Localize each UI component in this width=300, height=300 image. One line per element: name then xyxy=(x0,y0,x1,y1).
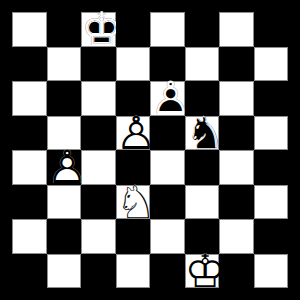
square-d8[interactable] xyxy=(116,12,151,47)
square-b6[interactable] xyxy=(47,81,82,116)
square-f6[interactable] xyxy=(185,81,220,116)
black-knight-fill-glyph: ♞ xyxy=(185,116,220,151)
black-king-fill-glyph: ♚ xyxy=(81,12,116,47)
square-g6[interactable] xyxy=(219,81,254,116)
square-g4[interactable] xyxy=(219,150,254,185)
square-g1[interactable] xyxy=(219,254,254,289)
white-pawn-fill-glyph: ♟ xyxy=(47,150,82,185)
square-d5[interactable]: ♟♙ xyxy=(116,116,151,151)
square-h1[interactable] xyxy=(254,254,289,289)
square-b3[interactable] xyxy=(47,185,82,220)
square-f7[interactable] xyxy=(185,47,220,82)
square-h2[interactable] xyxy=(254,219,289,254)
white-king-fill-glyph: ♚ xyxy=(185,254,220,289)
square-a7[interactable] xyxy=(12,47,47,82)
square-f1[interactable]: ♚♔ xyxy=(185,254,220,289)
square-h6[interactable] xyxy=(254,81,289,116)
square-a8[interactable] xyxy=(12,12,47,47)
square-b1[interactable] xyxy=(47,254,82,289)
black-pawn-fill-glyph: ♟ xyxy=(150,81,185,116)
white-pawn-fill-glyph: ♟ xyxy=(116,116,151,151)
square-a3[interactable] xyxy=(12,185,47,220)
square-d7[interactable] xyxy=(116,47,151,82)
piece-white-pawn[interactable]: ♟♙ xyxy=(47,150,82,185)
square-d4[interactable] xyxy=(116,150,151,185)
square-a5[interactable] xyxy=(12,116,47,151)
square-f2[interactable] xyxy=(185,219,220,254)
square-b4[interactable]: ♟♙ xyxy=(47,150,82,185)
square-b7[interactable] xyxy=(47,47,82,82)
white-knight-fill-glyph: ♞ xyxy=(116,185,151,220)
piece-black-pawn[interactable]: ♟♙ xyxy=(150,81,185,116)
chess-diagram: ♚♔♟♙♟♙♞♘♟♙♞♘♚♔ xyxy=(0,0,300,300)
black-knight-outline-glyph: ♘ xyxy=(185,116,220,151)
square-b8[interactable] xyxy=(47,12,82,47)
square-e3[interactable] xyxy=(150,185,185,220)
square-c1[interactable] xyxy=(81,254,116,289)
black-pawn-outline-glyph: ♙ xyxy=(150,81,185,116)
square-h7[interactable] xyxy=(254,47,289,82)
square-d1[interactable] xyxy=(116,254,151,289)
square-c3[interactable] xyxy=(81,185,116,220)
square-a4[interactable] xyxy=(12,150,47,185)
square-e7[interactable] xyxy=(150,47,185,82)
square-c5[interactable] xyxy=(81,116,116,151)
square-c4[interactable] xyxy=(81,150,116,185)
square-d3[interactable]: ♞♘ xyxy=(116,185,151,220)
square-e4[interactable] xyxy=(150,150,185,185)
square-b5[interactable] xyxy=(47,116,82,151)
square-c7[interactable] xyxy=(81,47,116,82)
square-e8[interactable] xyxy=(150,12,185,47)
square-h4[interactable] xyxy=(254,150,289,185)
square-f3[interactable] xyxy=(185,185,220,220)
square-f8[interactable] xyxy=(185,12,220,47)
white-pawn-outline-glyph: ♙ xyxy=(116,116,151,151)
square-a6[interactable] xyxy=(12,81,47,116)
piece-white-knight[interactable]: ♞♘ xyxy=(116,185,151,220)
square-e5[interactable] xyxy=(150,116,185,151)
square-g8[interactable] xyxy=(219,12,254,47)
square-g7[interactable] xyxy=(219,47,254,82)
square-d6[interactable] xyxy=(116,81,151,116)
piece-white-pawn[interactable]: ♟♙ xyxy=(116,116,151,151)
square-h8[interactable] xyxy=(254,12,289,47)
square-h5[interactable] xyxy=(254,116,289,151)
piece-black-king[interactable]: ♚♔ xyxy=(81,12,116,47)
white-king-outline-glyph: ♔ xyxy=(185,254,220,289)
square-c6[interactable] xyxy=(81,81,116,116)
square-a1[interactable] xyxy=(12,254,47,289)
square-d2[interactable] xyxy=(116,219,151,254)
square-b2[interactable] xyxy=(47,219,82,254)
square-g3[interactable] xyxy=(219,185,254,220)
square-e2[interactable] xyxy=(150,219,185,254)
white-pawn-outline-glyph: ♙ xyxy=(47,150,82,185)
square-e1[interactable] xyxy=(150,254,185,289)
square-e6[interactable]: ♟♙ xyxy=(150,81,185,116)
square-f5[interactable]: ♞♘ xyxy=(185,116,220,151)
square-c8[interactable]: ♚♔ xyxy=(81,12,116,47)
piece-black-knight[interactable]: ♞♘ xyxy=(185,116,220,151)
piece-white-king[interactable]: ♚♔ xyxy=(185,254,220,289)
square-g5[interactable] xyxy=(219,116,254,151)
white-knight-outline-glyph: ♘ xyxy=(116,185,151,220)
black-king-outline-glyph: ♔ xyxy=(81,12,116,47)
square-a2[interactable] xyxy=(12,219,47,254)
chess-board: ♚♔♟♙♟♙♞♘♟♙♞♘♚♔ xyxy=(12,12,288,288)
square-h3[interactable] xyxy=(254,185,289,220)
square-f4[interactable] xyxy=(185,150,220,185)
square-c2[interactable] xyxy=(81,219,116,254)
square-g2[interactable] xyxy=(219,219,254,254)
